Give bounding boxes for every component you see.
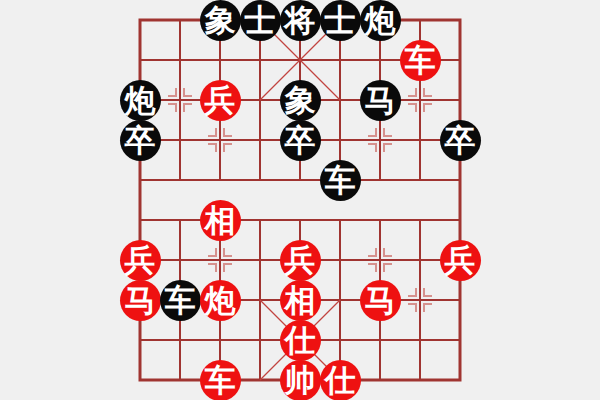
piece-red-horse[interactable]: 马 (360, 280, 401, 321)
piece-black-chariot[interactable]: 车 (160, 280, 201, 321)
piece-red-soldier[interactable]: 兵 (440, 240, 481, 281)
piece-black-soldier[interactable]: 卒 (440, 120, 481, 161)
piece-black-soldier[interactable]: 卒 (120, 120, 161, 161)
piece-red-cannon[interactable]: 炮 (200, 280, 241, 321)
piece-red-advisor[interactable]: 仕 (280, 320, 321, 361)
piece-black-general[interactable]: 将 (280, 0, 321, 41)
xiangqi-board[interactable]: 象士将士炮车炮兵象马卒卒卒车相兵兵兵马车炮相马仕车帅仕 (0, 0, 600, 400)
piece-red-soldier[interactable]: 兵 (200, 80, 241, 121)
piece-red-advisor[interactable]: 仕 (320, 360, 361, 400)
piece-black-horse[interactable]: 马 (360, 80, 401, 121)
piece-red-soldier[interactable]: 兵 (120, 240, 161, 281)
piece-red-elephant[interactable]: 相 (280, 280, 321, 321)
piece-red-general[interactable]: 帅 (280, 360, 321, 400)
piece-black-elephant[interactable]: 象 (200, 0, 241, 41)
piece-black-soldier[interactable]: 卒 (280, 120, 321, 161)
piece-black-cannon[interactable]: 炮 (360, 0, 401, 41)
piece-black-chariot[interactable]: 车 (320, 160, 361, 201)
piece-red-chariot[interactable]: 车 (200, 360, 241, 400)
piece-red-horse[interactable]: 马 (120, 280, 161, 321)
pieces-layer: 象士将士炮车炮兵象马卒卒卒车相兵兵兵马车炮相马仕车帅仕 (0, 0, 600, 400)
piece-black-elephant[interactable]: 象 (280, 80, 321, 121)
piece-red-elephant[interactable]: 相 (200, 200, 241, 241)
piece-black-advisor[interactable]: 士 (240, 0, 281, 41)
piece-black-advisor[interactable]: 士 (320, 0, 361, 41)
piece-red-soldier[interactable]: 兵 (280, 240, 321, 281)
piece-red-chariot[interactable]: 车 (400, 40, 441, 81)
piece-black-cannon[interactable]: 炮 (120, 80, 161, 121)
